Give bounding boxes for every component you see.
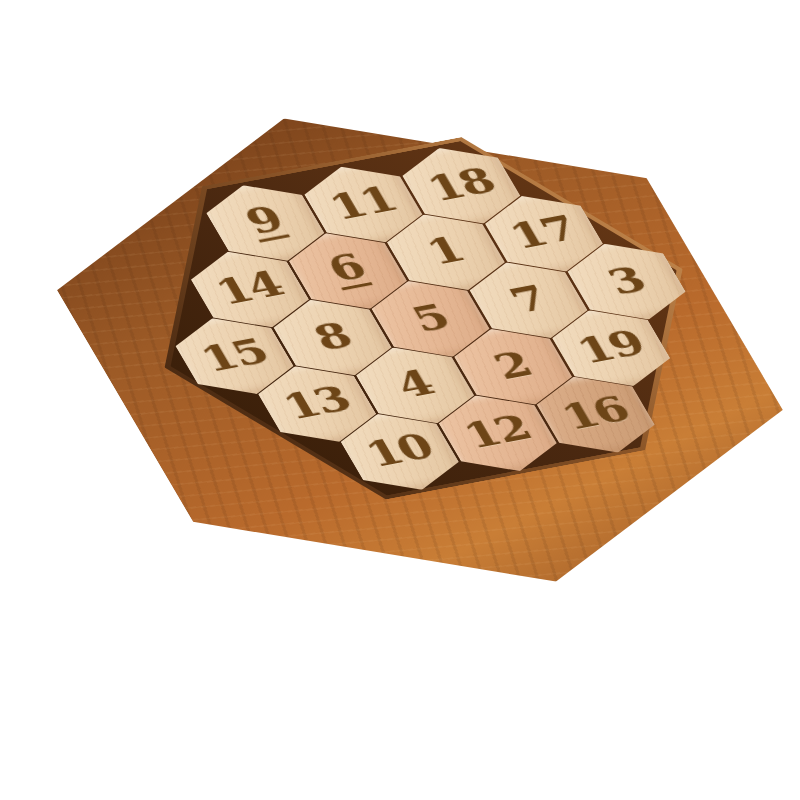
tile-number: 5 [406,299,454,336]
tile-number: 10 [360,429,438,472]
tile-number: 15 [195,333,273,376]
tile-number: 14 [210,267,288,310]
tile-number: 9 [239,201,290,242]
tile-number: 6 [322,249,373,290]
tile-number: 13 [277,381,355,424]
tile-number: 18 [421,163,499,206]
tile-number: 11 [323,182,401,225]
tile-number: 12 [458,411,536,454]
tile-number: 1 [421,232,469,269]
tile-number: 2 [488,347,536,384]
tile-number: 8 [308,318,356,355]
tile-number: 19 [571,325,649,368]
tile-number: 3 [602,262,650,299]
tile-number: 16 [556,392,634,435]
puzzle-board: 91118 146117 158573 134219 101216 [0,62,800,637]
product-photo-scene: 91118 146117 158573 134219 101216 [0,0,800,800]
tile-number: 17 [504,211,582,254]
tile-number: 7 [504,280,552,317]
tile-number: 4 [390,365,438,402]
